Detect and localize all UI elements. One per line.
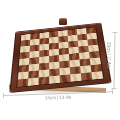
board-square: [70, 73, 81, 81]
board-square: [39, 76, 50, 84]
product-photo-scene: 34cm | 13.4in 29cm | 11.4in: [0, 0, 120, 120]
dimension-tick: [3, 93, 4, 98]
board-square: [49, 75, 60, 83]
board-square: [91, 71, 103, 79]
chess-board: [10, 23, 110, 92]
dimension-tick: [112, 88, 117, 89]
dimension-tick: [112, 89, 113, 94]
depth-dimension-label: 29cm | 11.4in: [105, 42, 110, 68]
board-square: [17, 79, 28, 87]
depth-dimension-line: [114, 32, 116, 89]
hinge-clasp-icon: [59, 18, 67, 25]
board-square: [60, 74, 71, 82]
board-square: [28, 78, 39, 86]
board-frame: [10, 23, 110, 92]
board-grid: [17, 27, 103, 87]
width-dimension-label: 34cm | 13.4in: [45, 96, 71, 102]
dimension-tick: [112, 32, 117, 33]
